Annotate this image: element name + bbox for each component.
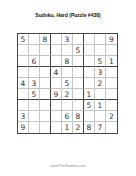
cell-r1c2 (29, 34, 40, 45)
cell-r2c3 (40, 45, 51, 56)
cell-r6c4: 9 (51, 89, 62, 100)
cell-r7c7: 5 (84, 100, 95, 111)
cell-r6c7: 1 (84, 89, 95, 100)
sudoku-board: 583956851434352592151368291287 (17, 33, 118, 134)
cell-r8c6: 8 (73, 111, 84, 122)
cell-r7c2 (29, 100, 40, 111)
cell-r2c9 (106, 45, 117, 56)
cell-r9c6: 2 (73, 122, 84, 133)
cell-r1c4 (51, 34, 62, 45)
cell-r3c9: 1 (106, 56, 117, 67)
cell-r8c8 (95, 111, 106, 122)
cell-r9c9 (106, 122, 117, 133)
footer-url: www.PrintSudoku.com (0, 164, 136, 168)
cell-r6c5: 2 (62, 89, 73, 100)
cell-r1c6 (73, 34, 84, 45)
cell-r2c5 (62, 45, 73, 56)
cell-r9c7: 8 (84, 122, 95, 133)
cell-r9c5: 1 (62, 122, 73, 133)
cell-r9c8: 7 (95, 122, 106, 133)
cell-r3c5: 8 (62, 56, 73, 67)
cell-r9c3 (40, 122, 51, 133)
cell-r3c6 (73, 56, 84, 67)
puzzle-title: Sudoku, Hard (Puzzle #438) (0, 12, 136, 18)
cell-r1c3: 8 (40, 34, 51, 45)
cell-r8c1: 3 (18, 111, 29, 122)
cell-r7c8: 1 (95, 100, 106, 111)
cell-r2c1 (18, 45, 29, 56)
cell-r7c9 (106, 100, 117, 111)
cell-r3c4 (51, 56, 62, 67)
cell-r4c8: 3 (95, 67, 106, 78)
cell-r6c9 (106, 89, 117, 100)
cell-r9c4 (51, 122, 62, 133)
cell-r4c1 (18, 67, 29, 78)
cell-r1c1: 5 (18, 34, 29, 45)
cell-r6c6 (73, 89, 84, 100)
cell-r8c9: 2 (106, 111, 117, 122)
cell-r1c9: 9 (106, 34, 117, 45)
cell-r4c5 (62, 67, 73, 78)
cell-r5c3 (40, 78, 51, 89)
cell-r3c8: 5 (95, 56, 106, 67)
cell-r8c4 (51, 111, 62, 122)
cell-r2c7 (84, 45, 95, 56)
cell-r7c6 (73, 100, 84, 111)
cell-r3c7 (84, 56, 95, 67)
cell-r5c8: 2 (95, 78, 106, 89)
cell-r8c2 (29, 111, 40, 122)
cell-r4c9 (106, 67, 117, 78)
cell-r9c2 (29, 122, 40, 133)
cell-r8c7 (84, 111, 95, 122)
cell-r5c6 (73, 78, 84, 89)
cell-r3c1 (18, 56, 29, 67)
cell-r5c7 (84, 78, 95, 89)
cell-r5c2: 3 (29, 78, 40, 89)
cell-r9c1: 9 (18, 122, 29, 133)
cell-r8c3 (40, 111, 51, 122)
cell-r6c8 (95, 89, 106, 100)
cell-r5c5: 5 (62, 78, 73, 89)
cell-r2c8 (95, 45, 106, 56)
cell-r7c4 (51, 100, 62, 111)
cell-r7c5 (62, 100, 73, 111)
cell-r3c3 (40, 56, 51, 67)
cell-r6c3 (40, 89, 51, 100)
cell-r2c2 (29, 45, 40, 56)
cell-r3c2: 6 (29, 56, 40, 67)
cell-r1c5: 3 (62, 34, 73, 45)
cell-r5c4 (51, 78, 62, 89)
cell-r5c1: 4 (18, 78, 29, 89)
cell-r4c3 (40, 67, 51, 78)
cell-r7c3 (40, 100, 51, 111)
cell-r2c6: 5 (73, 45, 84, 56)
cell-r2c4 (51, 45, 62, 56)
cell-r5c9 (106, 78, 117, 89)
cell-r4c6 (73, 67, 84, 78)
sudoku-sheet: Sudoku, Hard (Puzzle #438) 5839568514343… (0, 0, 136, 176)
cell-r7c1 (18, 100, 29, 111)
cell-r4c4: 4 (51, 67, 62, 78)
cell-r4c7 (84, 67, 95, 78)
cell-r6c2: 5 (29, 89, 40, 100)
cell-r6c1 (18, 89, 29, 100)
cell-r1c7 (84, 34, 95, 45)
cell-r8c5: 6 (62, 111, 73, 122)
cell-r1c8 (95, 34, 106, 45)
cell-r4c2 (29, 67, 40, 78)
